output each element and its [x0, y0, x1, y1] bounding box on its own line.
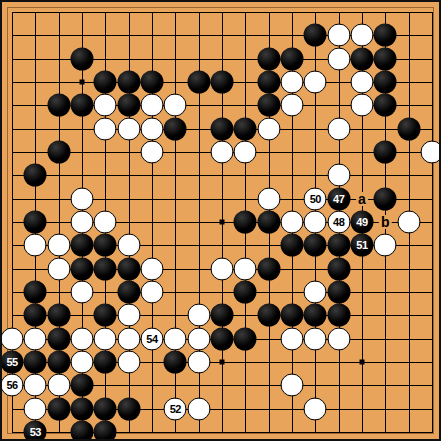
stone-white-4-16 [70, 350, 93, 373]
stone-white-6-11 [117, 234, 140, 257]
stone-white-17-11 [374, 234, 397, 257]
stone-black-17-3 [374, 47, 397, 70]
stone-white-6-6 [117, 117, 140, 140]
stone-white-16-5 [350, 94, 373, 117]
stone-white-2-15 [24, 327, 47, 350]
stone-white-2-11 [24, 234, 47, 257]
stone-white-5-6 [94, 117, 117, 140]
move-47-stone: 47 [327, 187, 350, 210]
stone-white-15-2 [327, 24, 350, 47]
move-55-stone: 55 [1, 350, 24, 373]
stone-black-5-16 [94, 350, 117, 373]
stone-white-8-5 [164, 94, 187, 117]
stone-black-4-18 [70, 397, 93, 420]
stone-black-12-10 [257, 210, 280, 233]
stone-black-5-19 [94, 420, 117, 441]
stone-black-6-12 [117, 257, 140, 280]
stone-white-3-11 [47, 234, 70, 257]
stone-white-12-9 [257, 187, 280, 210]
stone-white-7-13 [140, 280, 163, 303]
stone-black-11-13 [234, 280, 257, 303]
stone-black-8-16 [164, 350, 187, 373]
stone-black-15-13 [327, 280, 350, 303]
stone-white-7-12 [140, 257, 163, 280]
move-51-stone: 51 [350, 234, 373, 257]
stone-black-14-11 [304, 234, 327, 257]
stone-white-7-6 [140, 117, 163, 140]
stone-white-6-15 [117, 327, 140, 350]
stone-white-4-13 [70, 280, 93, 303]
point-label-a: a [356, 192, 368, 206]
stone-white-16-4 [350, 70, 373, 93]
stone-black-17-5 [374, 94, 397, 117]
stone-white-4-15 [70, 327, 93, 350]
stone-white-18-10 [397, 210, 420, 233]
stone-black-15-14 [327, 304, 350, 327]
stone-black-10-4 [210, 70, 233, 93]
stone-black-15-11 [327, 234, 350, 257]
stone-black-2-8 [24, 164, 47, 187]
stone-black-3-16 [47, 350, 70, 373]
stone-white-15-3 [327, 47, 350, 70]
stone-black-2-16 [24, 350, 47, 373]
stone-black-7-4 [140, 70, 163, 93]
stone-black-4-3 [70, 47, 93, 70]
stone-white-15-8 [327, 164, 350, 187]
stone-black-10-15 [210, 327, 233, 350]
stone-white-13-5 [280, 94, 303, 117]
stone-white-3-12 [47, 257, 70, 280]
stone-black-11-10 [234, 210, 257, 233]
stone-white-9-15 [187, 327, 210, 350]
stone-white-13-10 [280, 210, 303, 233]
stone-white-9-16 [187, 350, 210, 373]
stone-white-11-7 [234, 140, 257, 163]
move-56-stone: 56 [1, 374, 24, 397]
stone-white-19-7 [420, 140, 441, 163]
stone-white-10-12 [210, 257, 233, 280]
move-54-stone: 54 [140, 327, 163, 350]
stone-black-5-14 [94, 304, 117, 327]
move-48-stone: 48 [327, 210, 350, 233]
stone-black-6-13 [117, 280, 140, 303]
go-board: 50474849515455565253 ab [0, 0, 441, 441]
stone-white-14-4 [304, 70, 327, 93]
stone-black-4-12 [70, 257, 93, 280]
stone-black-12-14 [257, 304, 280, 327]
stone-white-15-6 [327, 117, 350, 140]
stone-black-10-14 [210, 304, 233, 327]
stone-black-13-14 [280, 304, 303, 327]
stone-black-16-3 [350, 47, 373, 70]
stone-black-13-11 [280, 234, 303, 257]
stone-black-5-11 [94, 234, 117, 257]
stone-black-2-13 [24, 280, 47, 303]
stone-white-7-5 [140, 94, 163, 117]
stone-black-17-7 [374, 140, 397, 163]
stone-white-13-4 [280, 70, 303, 93]
stone-black-5-18 [94, 397, 117, 420]
stone-black-4-17 [70, 374, 93, 397]
stone-white-6-16 [117, 350, 140, 373]
stone-black-10-6 [210, 117, 233, 140]
stone-white-5-10 [94, 210, 117, 233]
stone-white-13-15 [280, 327, 303, 350]
stone-black-2-10 [24, 210, 47, 233]
grid-line-vertical [432, 12, 433, 433]
star-point [219, 359, 224, 364]
star-point [79, 79, 84, 84]
stone-black-12-4 [257, 70, 280, 93]
stone-white-6-14 [117, 304, 140, 327]
stone-white-14-15 [304, 327, 327, 350]
stone-black-5-12 [94, 257, 117, 280]
stone-white-7-7 [140, 140, 163, 163]
stone-black-15-12 [327, 257, 350, 280]
stone-black-3-18 [47, 397, 70, 420]
stone-white-11-12 [234, 257, 257, 280]
stone-black-14-14 [304, 304, 327, 327]
stone-white-14-13 [304, 280, 327, 303]
stone-white-4-9 [70, 187, 93, 210]
stone-white-1-15 [1, 327, 24, 350]
stone-black-8-6 [164, 117, 187, 140]
stone-black-12-3 [257, 47, 280, 70]
stone-black-12-12 [257, 257, 280, 280]
move-53-stone: 53 [24, 420, 47, 441]
move-50-stone: 50 [304, 187, 327, 210]
stone-white-4-10 [70, 210, 93, 233]
stone-white-9-18 [187, 397, 210, 420]
stone-black-3-5 [47, 94, 70, 117]
stone-white-2-18 [24, 397, 47, 420]
stone-white-14-18 [304, 397, 327, 420]
move-49-stone: 49 [350, 210, 373, 233]
stone-black-13-3 [280, 47, 303, 70]
stone-black-6-18 [117, 397, 140, 420]
stone-white-8-15 [164, 327, 187, 350]
stone-black-3-15 [47, 327, 70, 350]
stone-black-4-19 [70, 420, 93, 441]
stone-black-6-5 [117, 94, 140, 117]
stone-black-17-4 [374, 70, 397, 93]
stone-white-10-7 [210, 140, 233, 163]
stone-white-15-15 [327, 327, 350, 350]
stone-black-11-15 [234, 327, 257, 350]
stone-black-3-14 [47, 304, 70, 327]
stone-black-11-6 [234, 117, 257, 140]
stone-black-17-2 [374, 24, 397, 47]
stone-black-3-7 [47, 140, 70, 163]
point-label-b: b [379, 215, 392, 229]
move-52-stone: 52 [164, 397, 187, 420]
stone-black-9-4 [187, 70, 210, 93]
stone-white-2-17 [24, 374, 47, 397]
stone-black-18-6 [397, 117, 420, 140]
stone-black-2-14 [24, 304, 47, 327]
stone-white-13-17 [280, 374, 303, 397]
star-point [359, 359, 364, 364]
stone-black-5-4 [94, 70, 117, 93]
stone-white-9-14 [187, 304, 210, 327]
stone-black-17-9 [374, 187, 397, 210]
stone-black-4-11 [70, 234, 93, 257]
stone-black-6-4 [117, 70, 140, 93]
stone-white-12-6 [257, 117, 280, 140]
stone-white-5-15 [94, 327, 117, 350]
stone-black-14-2 [304, 24, 327, 47]
stone-white-5-5 [94, 94, 117, 117]
stone-white-16-2 [350, 24, 373, 47]
stone-white-14-10 [304, 210, 327, 233]
star-point [219, 219, 224, 224]
stone-black-4-5 [70, 94, 93, 117]
stone-white-3-17 [47, 374, 70, 397]
stone-black-12-5 [257, 94, 280, 117]
